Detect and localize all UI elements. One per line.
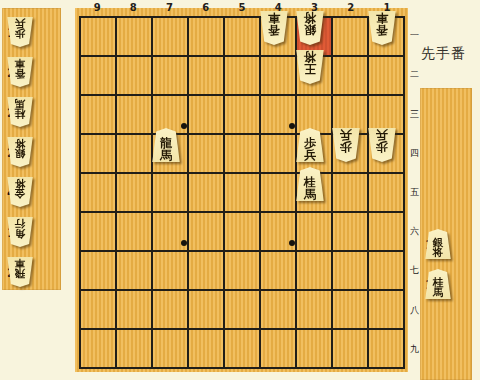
board-square-61[interactable]: [189, 18, 223, 55]
board-square-86[interactable]: [117, 213, 151, 250]
file-label: 2: [333, 1, 369, 14]
board-square-39[interactable]: [297, 330, 331, 367]
shogi-board: 香車銀将香車王将龍馬歩兵歩兵歩兵桂馬: [75, 8, 408, 372]
board-square-97[interactable]: [81, 252, 115, 289]
board-square-17[interactable]: [369, 252, 403, 289]
piece-tile: 金将: [7, 177, 33, 207]
file-labels: 987654321: [79, 1, 405, 14]
board-square-83[interactable]: [117, 96, 151, 133]
shogi-piece-gote[interactable]: 歩兵: [332, 128, 360, 162]
file-label: 8: [115, 1, 151, 14]
board-square-76[interactable]: [153, 213, 187, 250]
board-square-36[interactable]: [297, 213, 331, 250]
board-square-66[interactable]: [189, 213, 223, 250]
board-square-26[interactable]: [333, 213, 367, 250]
board-square-57[interactable]: [225, 252, 259, 289]
board-square-27[interactable]: [333, 252, 367, 289]
shogi-piece-gote[interactable]: 王将: [296, 50, 324, 84]
shogi-piece-gote[interactable]: 銀将: [296, 11, 324, 45]
file-label: 7: [151, 1, 187, 14]
board-square-21[interactable]: [333, 18, 367, 55]
board-square-91[interactable]: [81, 18, 115, 55]
board-square-54[interactable]: [225, 135, 259, 172]
board-square-16[interactable]: [369, 213, 403, 250]
piece-tile: 龍馬: [152, 128, 180, 162]
piece-tile: 王将: [296, 50, 324, 84]
board-square-68[interactable]: [189, 291, 223, 328]
turn-indicator: 先手番: [421, 45, 466, 63]
piece-tile: 歩兵: [368, 128, 396, 162]
board-square-65[interactable]: [189, 174, 223, 211]
shogi-piece-gote[interactable]: 歩兵: [7, 17, 33, 47]
board-square-98[interactable]: [81, 291, 115, 328]
board-square-37[interactable]: [297, 252, 331, 289]
board-square-71[interactable]: [153, 18, 187, 55]
board-square-59[interactable]: [225, 330, 259, 367]
file-label: 3: [296, 1, 332, 14]
board-square-38[interactable]: [297, 291, 331, 328]
piece-tile: 銀将: [425, 229, 451, 259]
piece-tile: 飛車: [7, 257, 33, 287]
board-square-93[interactable]: [81, 96, 115, 133]
board-square-43[interactable]: [261, 96, 295, 133]
board-grid: [79, 16, 405, 369]
board-square-79[interactable]: [153, 330, 187, 367]
shogi-diagram: 歩兵15香車2桂馬2銀将2金将4角行1飛車2 香車銀将香車王将龍馬歩兵歩兵歩兵桂…: [0, 0, 480, 380]
board-square-55[interactable]: [225, 174, 259, 211]
shogi-piece-gote[interactable]: 銀将: [7, 137, 33, 167]
board-square-58[interactable]: [225, 291, 259, 328]
sente-hand-stand: 銀将1桂馬1: [420, 88, 472, 380]
piece-tile: 桂馬: [425, 269, 451, 299]
shogi-piece-gote[interactable]: 角行: [7, 217, 33, 247]
shogi-piece-gote[interactable]: 桂馬: [7, 97, 33, 127]
board-square-48[interactable]: [261, 291, 295, 328]
board-square-45[interactable]: [261, 174, 295, 211]
shogi-piece-gote[interactable]: 香車: [368, 11, 396, 45]
board-square-46[interactable]: [261, 213, 295, 250]
board-square-89[interactable]: [117, 330, 151, 367]
board-square-94[interactable]: [81, 135, 115, 172]
shogi-piece-gote[interactable]: 歩兵: [368, 128, 396, 162]
board-square-67[interactable]: [189, 252, 223, 289]
piece-tile: 香車: [368, 11, 396, 45]
board-square-84[interactable]: [117, 135, 151, 172]
board-square-64[interactable]: [189, 135, 223, 172]
board-square-53[interactable]: [225, 96, 259, 133]
board-square-96[interactable]: [81, 213, 115, 250]
file-label: 1: [369, 1, 405, 14]
board-square-28[interactable]: [333, 291, 367, 328]
gote-hand-item[interactable]: 飛車2: [2, 252, 61, 292]
gote-hand-item[interactable]: 桂馬2: [2, 92, 61, 132]
board-square-19[interactable]: [369, 330, 403, 367]
board-square-88[interactable]: [117, 291, 151, 328]
sente-hand-item[interactable]: 桂馬1: [420, 264, 472, 304]
board-square-25[interactable]: [333, 174, 367, 211]
board-square-47[interactable]: [261, 252, 295, 289]
board-square-18[interactable]: [369, 291, 403, 328]
board-square-62[interactable]: [189, 57, 223, 94]
piece-tile: 香車: [7, 57, 33, 87]
piece-tile: 角行: [7, 217, 33, 247]
piece-tile: 歩兵: [296, 128, 324, 162]
piece-tile: 銀将: [7, 137, 33, 167]
board-square-29[interactable]: [333, 330, 367, 367]
board-square-51[interactable]: [225, 18, 259, 55]
piece-tile: 香車: [260, 11, 288, 45]
file-label: 5: [224, 1, 260, 14]
board-square-78[interactable]: [153, 291, 187, 328]
piece-tile: 歩兵: [332, 128, 360, 162]
file-label: 4: [260, 1, 296, 14]
board-square-63[interactable]: [189, 96, 223, 133]
board-square-52[interactable]: [225, 57, 259, 94]
board-square-15[interactable]: [369, 174, 403, 211]
piece-tile: 桂馬: [7, 97, 33, 127]
rank-label: 一: [408, 16, 421, 55]
gote-hand-stand: 歩兵15香車2桂馬2銀将2金将4角行1飛車2: [2, 8, 61, 290]
board-square-92[interactable]: [81, 57, 115, 94]
shogi-piece-sente[interactable]: 桂馬: [425, 269, 451, 299]
shogi-piece-gote[interactable]: 香車: [260, 11, 288, 45]
gote-hand-item[interactable]: 銀将2: [2, 132, 61, 172]
board-square-49[interactable]: [261, 330, 295, 367]
board-square-44[interactable]: [261, 135, 295, 172]
board-square-72[interactable]: [153, 57, 187, 94]
piece-tile: 歩兵: [7, 17, 33, 47]
gote-hand-item[interactable]: 香車2: [2, 52, 61, 92]
board-square-82[interactable]: [117, 57, 151, 94]
sente-hand-item[interactable]: 銀将1: [420, 224, 472, 264]
board-square-75[interactable]: [153, 174, 187, 211]
gote-hand-item[interactable]: 角行1: [2, 212, 61, 252]
board-square-85[interactable]: [117, 174, 151, 211]
piece-tile: 桂馬: [296, 167, 324, 201]
gote-hand-item[interactable]: 歩兵15: [2, 12, 61, 52]
shogi-piece-gote[interactable]: 金将: [7, 177, 33, 207]
board-square-99[interactable]: [81, 330, 115, 367]
board-square-12[interactable]: [369, 57, 403, 94]
board-square-69[interactable]: [189, 330, 223, 367]
file-label: 9: [79, 1, 115, 14]
shogi-piece-gote[interactable]: 飛車: [7, 257, 33, 287]
board-square-42[interactable]: [261, 57, 295, 94]
board-square-81[interactable]: [117, 18, 151, 55]
file-label: 6: [188, 1, 224, 14]
board-square-87[interactable]: [117, 252, 151, 289]
board-square-95[interactable]: [81, 174, 115, 211]
shogi-piece-sente[interactable]: 桂馬: [296, 167, 324, 201]
piece-tile: 銀将: [296, 11, 324, 45]
gote-hand-item[interactable]: 金将4: [2, 172, 61, 212]
shogi-piece-sente[interactable]: 銀将: [425, 229, 451, 259]
shogi-piece-sente[interactable]: 歩兵: [296, 128, 324, 162]
board-square-22[interactable]: [333, 57, 367, 94]
board-square-56[interactable]: [225, 213, 259, 250]
shogi-piece-gote[interactable]: 香車: [7, 57, 33, 87]
shogi-piece-sente[interactable]: 龍馬: [152, 128, 180, 162]
board-square-77[interactable]: [153, 252, 187, 289]
